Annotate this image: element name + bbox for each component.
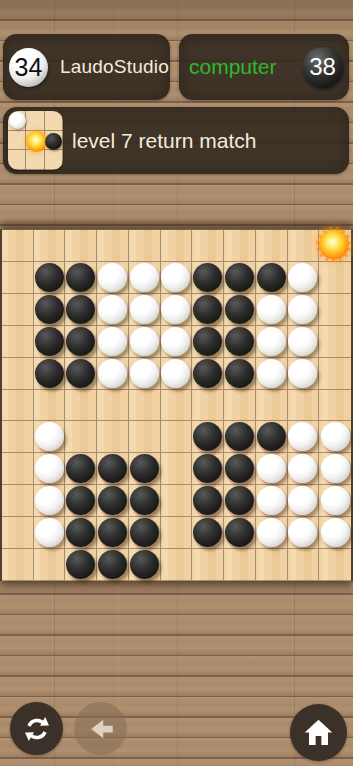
black-stone [35,327,64,356]
cell-r2c1[interactable] [34,294,66,326]
player-name: LaudoStudio [60,56,169,78]
cell-r0c5[interactable] [161,230,193,262]
cell-r0c8[interactable] [256,230,288,262]
black-stone [257,263,286,292]
cell-r4c2[interactable] [65,358,97,390]
white-stone [98,327,127,356]
black-stone [66,486,95,515]
cell-r0c2[interactable] [65,230,97,262]
cell-r3c6[interactable] [192,326,224,358]
cell-r0c3[interactable] [97,230,129,262]
cell-r9c7[interactable] [224,517,256,549]
black-stone [98,454,127,483]
cell-r0c7[interactable] [224,230,256,262]
white-stone [130,359,159,388]
cell-r7c1[interactable] [34,453,66,485]
black-stone [225,359,254,388]
cell-r10c6[interactable] [192,549,224,581]
cell-r5c0[interactable] [2,390,34,422]
cell-r1c2[interactable] [65,262,97,294]
cell-r10c0[interactable] [2,549,34,581]
cell-r10c8[interactable] [256,549,288,581]
refresh-icon [22,714,52,744]
cell-r2c6[interactable] [192,294,224,326]
player-score-panel: 34 LaudoStudio [3,34,170,100]
cell-r4c4[interactable] [129,358,161,390]
cell-r1c1[interactable] [34,262,66,294]
cell-r10c2[interactable] [65,549,97,581]
cell-r3c5[interactable] [161,326,193,358]
cell-r10c1[interactable] [34,549,66,581]
white-stone [161,295,190,324]
cell-r7c4[interactable] [129,453,161,485]
black-stone [225,486,254,515]
cell-r7c5[interactable] [161,453,193,485]
cell-r9c4[interactable] [129,517,161,549]
restart-button[interactable] [10,702,63,755]
cell-r8c9[interactable] [288,485,320,517]
cell-r9c3[interactable] [97,517,129,549]
black-stone [66,550,95,579]
cell-r2c7[interactable] [224,294,256,326]
white-stone [35,486,64,515]
white-stone [288,486,317,515]
cell-r6c0[interactable] [2,421,34,453]
white-stone [161,359,190,388]
cell-r0c6[interactable] [192,230,224,262]
cell-r6c3[interactable] [97,421,129,453]
cell-r1c6[interactable] [192,262,224,294]
cell-r8c7[interactable] [224,485,256,517]
black-stone [66,327,95,356]
cell-r10c3[interactable] [97,549,129,581]
cell-r7c2[interactable] [65,453,97,485]
cell-r5c4[interactable] [129,390,161,422]
white-stone [257,518,286,547]
cell-r2c8[interactable] [256,294,288,326]
cell-r5c8[interactable] [256,390,288,422]
cell-r7c7[interactable] [224,453,256,485]
cell-r5c2[interactable] [65,390,97,422]
cell-r0c1[interactable] [34,230,66,262]
cell-r5c5[interactable] [161,390,193,422]
cell-r4c0[interactable] [2,358,34,390]
cell-r9c8[interactable] [256,517,288,549]
cell-r4c7[interactable] [224,358,256,390]
white-stone [288,327,317,356]
cell-r1c0[interactable] [2,262,34,294]
white-stone [130,263,159,292]
cell-r9c1[interactable] [34,517,66,549]
black-stone [193,486,222,515]
cell-r0c0[interactable] [2,230,34,262]
black-stone [35,295,64,324]
cell-r9c10[interactable] [319,517,351,549]
cell-r8c3[interactable] [97,485,129,517]
white-stone [257,327,286,356]
white-stone [35,518,64,547]
cell-r3c8[interactable] [256,326,288,358]
cell-r3c7[interactable] [224,326,256,358]
cell-r9c5[interactable] [161,517,193,549]
cell-r8c6[interactable] [192,485,224,517]
cell-r10c10[interactable] [319,549,351,581]
white-stone [98,263,127,292]
black-stone [98,486,127,515]
cell-r2c3[interactable] [97,294,129,326]
black-stone [225,327,254,356]
white-stone [288,422,317,451]
white-stone [35,422,64,451]
mini-black-stone-icon [45,133,62,150]
black-stone [66,295,95,324]
cell-r6c5[interactable] [161,421,193,453]
black-stone [66,263,95,292]
black-stone [225,518,254,547]
cell-r6c7[interactable] [224,421,256,453]
cell-r3c0[interactable] [2,326,34,358]
cell-r0c9[interactable] [288,230,320,262]
white-stone [288,454,317,483]
black-stone [130,518,159,547]
cell-r9c6[interactable] [192,517,224,549]
black-stone [130,454,159,483]
cell-r9c2[interactable] [65,517,97,549]
black-stone [225,295,254,324]
back-arrow-icon [86,714,116,744]
cell-r5c10[interactable] [319,390,351,422]
last-move-flare-icon [319,230,349,260]
white-stone [321,454,350,483]
black-stone [193,518,222,547]
cell-r6c9[interactable] [288,421,320,453]
cell-r7c9[interactable] [288,453,320,485]
white-stone [321,486,350,515]
computer-name: computer [189,55,277,79]
cell-r1c5[interactable] [161,262,193,294]
mini-white-stone-icon [9,112,26,129]
cell-r5c9[interactable] [288,390,320,422]
cell-r6c6[interactable] [192,421,224,453]
white-stone [130,295,159,324]
white-stone [321,422,350,451]
cell-r5c1[interactable] [34,390,66,422]
cell-r1c8[interactable] [256,262,288,294]
white-stone [257,359,286,388]
home-button[interactable] [290,704,347,761]
cell-r8c2[interactable] [65,485,97,517]
cell-r2c2[interactable] [65,294,97,326]
white-stone [161,327,190,356]
black-stone [35,263,64,292]
cell-r7c0[interactable] [2,453,34,485]
mini-fire-icon [26,131,47,152]
game-logo-icon [8,111,63,170]
cell-r4c6[interactable] [192,358,224,390]
cell-r8c1[interactable] [34,485,66,517]
cell-r7c8[interactable] [256,453,288,485]
cell-r2c4[interactable] [129,294,161,326]
cell-r6c8[interactable] [256,421,288,453]
cell-r0c4[interactable] [129,230,161,262]
black-stone [35,359,64,388]
white-score: 34 [15,53,43,82]
white-stone [130,327,159,356]
white-stone [98,359,127,388]
cell-r6c1[interactable] [34,421,66,453]
cell-r6c2[interactable] [65,421,97,453]
cell-r3c4[interactable] [129,326,161,358]
cell-r1c9[interactable] [288,262,320,294]
cell-r6c4[interactable] [129,421,161,453]
cell-r3c9[interactable] [288,326,320,358]
cell-r2c0[interactable] [2,294,34,326]
cell-r3c1[interactable] [34,326,66,358]
black-stone [66,454,95,483]
cell-r4c5[interactable] [161,358,193,390]
white-stone [288,359,317,388]
cell-r10c5[interactable] [161,549,193,581]
black-stone [193,295,222,324]
black-score: 38 [309,53,336,81]
white-stone [257,454,286,483]
cell-r4c3[interactable] [97,358,129,390]
cell-r7c3[interactable] [97,453,129,485]
black-stone [130,550,159,579]
black-stone [66,359,95,388]
cell-r3c2[interactable] [65,326,97,358]
cell-r8c4[interactable] [129,485,161,517]
cell-r4c1[interactable] [34,358,66,390]
black-stone [66,518,95,547]
white-stone [98,295,127,324]
white-stone [321,518,350,547]
cell-r1c3[interactable] [97,262,129,294]
computer-score-panel: computer 38 [179,34,349,100]
cell-r2c10[interactable] [319,294,351,326]
white-stone [257,295,286,324]
cell-r2c5[interactable] [161,294,193,326]
app-screen: 34 LaudoStudio computer 38 level 7 retur… [0,0,353,766]
black-stone [98,518,127,547]
black-stone [257,422,286,451]
black-stone [193,454,222,483]
cell-r2c9[interactable] [288,294,320,326]
cell-r1c4[interactable] [129,262,161,294]
black-stone [193,263,222,292]
cell-r7c6[interactable] [192,453,224,485]
black-stone [225,422,254,451]
black-stone [225,454,254,483]
cell-r3c10[interactable] [319,326,351,358]
level-banner: level 7 return match [3,107,349,174]
black-stone [193,422,222,451]
black-stone [193,359,222,388]
cell-r4c10[interactable] [319,358,351,390]
black-stone [98,550,127,579]
black-stone [193,327,222,356]
cell-r8c8[interactable] [256,485,288,517]
cell-r9c0[interactable] [2,517,34,549]
cell-r10c4[interactable] [129,549,161,581]
white-stone [257,486,286,515]
cell-r5c7[interactable] [224,390,256,422]
cell-r0c10[interactable] [319,230,351,262]
home-icon [302,716,335,749]
cell-r9c9[interactable] [288,517,320,549]
cell-r4c9[interactable] [288,358,320,390]
black-score-stone: 38 [302,47,343,88]
cell-r10c9[interactable] [288,549,320,581]
white-stone [35,454,64,483]
cell-r4c8[interactable] [256,358,288,390]
cell-r8c10[interactable] [319,485,351,517]
cell-r1c7[interactable] [224,262,256,294]
cell-r1c10[interactable] [319,262,351,294]
cell-r10c7[interactable] [224,549,256,581]
cell-r7c10[interactable] [319,453,351,485]
cell-r5c6[interactable] [192,390,224,422]
black-stone [225,263,254,292]
undo-button[interactable] [74,702,127,755]
cell-r8c5[interactable] [161,485,193,517]
cell-r6c10[interactable] [319,421,351,453]
white-stone [288,263,317,292]
cell-r5c3[interactable] [97,390,129,422]
white-stone [288,295,317,324]
banner-text: level 7 return match [72,129,256,153]
white-stone [288,518,317,547]
black-stone [130,486,159,515]
white-stone [161,263,190,292]
cell-r3c3[interactable] [97,326,129,358]
cell-r8c0[interactable] [2,485,34,517]
white-score-stone: 34 [9,48,48,87]
board-grid [0,229,353,581]
